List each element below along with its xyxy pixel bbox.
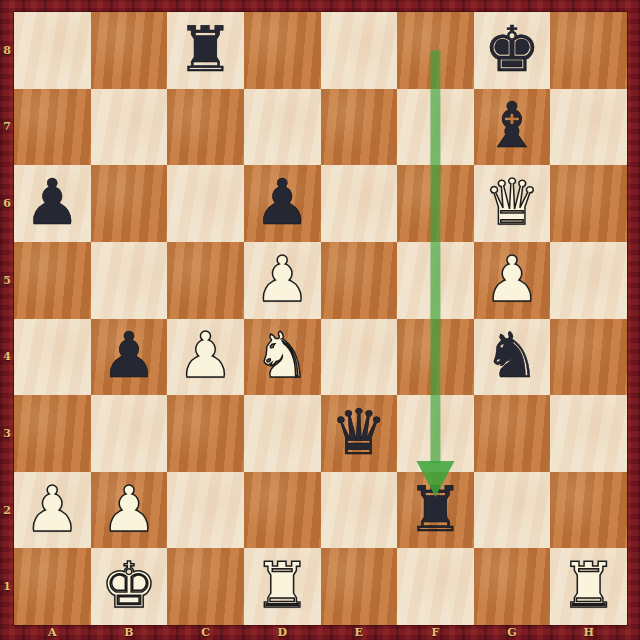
square-g5[interactable]: ♟ [474, 242, 551, 319]
piece-white-pawn[interactable]: ♟ [484, 248, 540, 311]
square-g8[interactable]: ♚ [474, 12, 551, 89]
rank-labels: 8 7 6 5 4 3 2 1 [0, 12, 14, 625]
file-label-b: B [91, 625, 168, 640]
piece-black-pawn[interactable]: ♟ [24, 171, 80, 234]
square-a3[interactable] [14, 395, 91, 472]
square-a6[interactable]: ♟ [14, 165, 91, 242]
rank-label-5: 5 [0, 242, 14, 319]
square-h2[interactable] [550, 472, 627, 549]
square-b4[interactable]: ♟ [91, 319, 168, 396]
square-c6[interactable] [167, 165, 244, 242]
rank-label-4: 4 [0, 319, 14, 396]
square-f1[interactable] [397, 548, 474, 625]
square-h6[interactable] [550, 165, 627, 242]
square-h5[interactable] [550, 242, 627, 319]
piece-white-knight[interactable]: ♞ [254, 324, 310, 387]
rank-label-3: 3 [0, 395, 14, 472]
square-f6[interactable] [397, 165, 474, 242]
square-e7[interactable] [321, 89, 398, 166]
file-label-h: H [550, 625, 627, 640]
file-label-c: C [167, 625, 244, 640]
piece-black-pawn[interactable]: ♟ [101, 324, 157, 387]
square-h4[interactable] [550, 319, 627, 396]
square-d8[interactable] [244, 12, 321, 89]
square-b6[interactable] [91, 165, 168, 242]
piece-black-knight[interactable]: ♞ [484, 324, 540, 387]
square-b7[interactable] [91, 89, 168, 166]
square-g3[interactable] [474, 395, 551, 472]
square-d5[interactable]: ♟ [244, 242, 321, 319]
square-d6[interactable]: ♟ [244, 165, 321, 242]
file-label-e: E [321, 625, 398, 640]
square-h1[interactable]: ♜ [550, 548, 627, 625]
square-c5[interactable] [167, 242, 244, 319]
square-c2[interactable] [167, 472, 244, 549]
piece-white-pawn[interactable]: ♟ [254, 248, 310, 311]
piece-black-pawn[interactable]: ♟ [254, 171, 310, 234]
square-h8[interactable] [550, 12, 627, 89]
square-a4[interactable] [14, 319, 91, 396]
square-h7[interactable] [550, 89, 627, 166]
piece-white-rook[interactable]: ♜ [254, 554, 310, 617]
square-e4[interactable] [321, 319, 398, 396]
rank-label-2: 2 [0, 472, 14, 549]
square-c4[interactable]: ♟ [167, 319, 244, 396]
chess-board: ♜♚♝♟♟♛♟♟♟♟♞♞♛♟♟♜♚♜♜ [14, 12, 627, 625]
square-g6[interactable]: ♛ [474, 165, 551, 242]
square-g4[interactable]: ♞ [474, 319, 551, 396]
square-f8[interactable] [397, 12, 474, 89]
file-label-f: F [397, 625, 474, 640]
square-b5[interactable] [91, 242, 168, 319]
rank-label-7: 7 [0, 89, 14, 166]
rank-label-6: 6 [0, 165, 14, 242]
square-c3[interactable] [167, 395, 244, 472]
square-d7[interactable] [244, 89, 321, 166]
piece-black-queen[interactable]: ♛ [331, 401, 387, 464]
piece-black-rook[interactable]: ♜ [407, 478, 463, 541]
rank-label-8: 8 [0, 12, 14, 89]
square-e8[interactable] [321, 12, 398, 89]
piece-black-bishop[interactable]: ♝ [484, 94, 540, 157]
square-g1[interactable] [474, 548, 551, 625]
square-f2[interactable]: ♜ [397, 472, 474, 549]
square-e2[interactable] [321, 472, 398, 549]
square-a2[interactable]: ♟ [14, 472, 91, 549]
square-f5[interactable] [397, 242, 474, 319]
file-labels: A B C D E F G H [14, 625, 627, 640]
piece-white-pawn[interactable]: ♟ [101, 478, 157, 541]
square-e1[interactable] [321, 548, 398, 625]
rank-label-1: 1 [0, 548, 14, 625]
square-a8[interactable] [14, 12, 91, 89]
square-a1[interactable] [14, 548, 91, 625]
square-e5[interactable] [321, 242, 398, 319]
square-e3[interactable]: ♛ [321, 395, 398, 472]
file-label-g: G [474, 625, 551, 640]
square-d4[interactable]: ♞ [244, 319, 321, 396]
square-a7[interactable] [14, 89, 91, 166]
file-label-d: D [244, 625, 321, 640]
square-b2[interactable]: ♟ [91, 472, 168, 549]
square-f7[interactable] [397, 89, 474, 166]
square-e6[interactable] [321, 165, 398, 242]
square-c7[interactable] [167, 89, 244, 166]
square-g7[interactable]: ♝ [474, 89, 551, 166]
square-b1[interactable]: ♚ [91, 548, 168, 625]
square-d1[interactable]: ♜ [244, 548, 321, 625]
square-f4[interactable] [397, 319, 474, 396]
square-d3[interactable] [244, 395, 321, 472]
file-label-a: A [14, 625, 91, 640]
square-c1[interactable] [167, 548, 244, 625]
piece-white-rook[interactable]: ♜ [560, 554, 616, 617]
piece-white-queen[interactable]: ♛ [484, 171, 540, 234]
piece-black-king[interactable]: ♚ [484, 18, 540, 81]
piece-black-rook[interactable]: ♜ [177, 18, 233, 81]
square-a5[interactable] [14, 242, 91, 319]
square-c8[interactable]: ♜ [167, 12, 244, 89]
square-d2[interactable] [244, 472, 321, 549]
piece-white-pawn[interactable]: ♟ [24, 478, 80, 541]
square-g2[interactable] [474, 472, 551, 549]
square-b3[interactable] [91, 395, 168, 472]
piece-white-pawn[interactable]: ♟ [177, 324, 233, 387]
square-b8[interactable] [91, 12, 168, 89]
chess-board-frame: 8 7 6 5 4 3 2 1 ♜♚♝♟♟♛♟♟♟♟♞♞♛♟♟♜♚♜♜ A B … [0, 0, 640, 640]
square-h3[interactable] [550, 395, 627, 472]
square-f3[interactable] [397, 395, 474, 472]
piece-white-king[interactable]: ♚ [101, 554, 157, 617]
